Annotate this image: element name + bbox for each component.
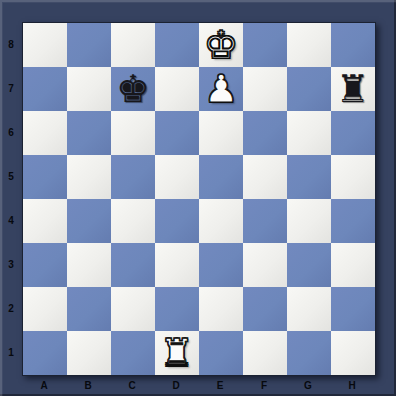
black-rook[interactable]: ♜ (331, 67, 375, 111)
square-h3[interactable] (331, 243, 375, 287)
square-f4[interactable] (243, 199, 287, 243)
square-h8[interactable] (331, 23, 375, 67)
rank-label-4: 4 (0, 198, 22, 242)
square-a3[interactable] (23, 243, 67, 287)
file-label-g: G (286, 374, 330, 396)
square-g3[interactable] (287, 243, 331, 287)
square-e8[interactable]: ♚ (199, 23, 243, 67)
square-c2[interactable] (111, 287, 155, 331)
square-b6[interactable] (67, 111, 111, 155)
square-g2[interactable] (287, 287, 331, 331)
square-f5[interactable] (243, 155, 287, 199)
white-king[interactable]: ♚ (199, 23, 243, 67)
square-f3[interactable] (243, 243, 287, 287)
square-e4[interactable] (199, 199, 243, 243)
file-label-d: D (154, 374, 198, 396)
square-h7[interactable]: ♜ (331, 67, 375, 111)
square-c4[interactable] (111, 199, 155, 243)
square-a1[interactable] (23, 331, 67, 375)
rank-label-6: 6 (0, 110, 22, 154)
square-b5[interactable] (67, 155, 111, 199)
square-d3[interactable] (155, 243, 199, 287)
white-rook[interactable]: ♜ (155, 331, 199, 375)
square-e6[interactable] (199, 111, 243, 155)
square-d6[interactable] (155, 111, 199, 155)
square-f7[interactable] (243, 67, 287, 111)
square-c6[interactable] (111, 111, 155, 155)
square-b1[interactable] (67, 331, 111, 375)
square-c1[interactable] (111, 331, 155, 375)
square-c7[interactable]: ♚ (111, 67, 155, 111)
square-g6[interactable] (287, 111, 331, 155)
square-a6[interactable] (23, 111, 67, 155)
square-e7[interactable]: ♟ (199, 67, 243, 111)
square-a5[interactable] (23, 155, 67, 199)
square-d7[interactable] (155, 67, 199, 111)
square-b7[interactable] (67, 67, 111, 111)
chess-diagram-frame: ♚♚♟♜♜ 87654321 ABCDEFGH (0, 0, 396, 396)
file-label-h: H (330, 374, 374, 396)
rank-label-2: 2 (0, 286, 22, 330)
square-c3[interactable] (111, 243, 155, 287)
square-f2[interactable] (243, 287, 287, 331)
file-label-a: A (22, 374, 66, 396)
square-g7[interactable] (287, 67, 331, 111)
square-f8[interactable] (243, 23, 287, 67)
square-d5[interactable] (155, 155, 199, 199)
square-h6[interactable] (331, 111, 375, 155)
square-d1[interactable]: ♜ (155, 331, 199, 375)
rank-label-8: 8 (0, 22, 22, 66)
file-label-b: B (66, 374, 110, 396)
square-e3[interactable] (199, 243, 243, 287)
square-b3[interactable] (67, 243, 111, 287)
square-a7[interactable] (23, 67, 67, 111)
square-d8[interactable] (155, 23, 199, 67)
chess-board: ♚♚♟♜♜ (22, 22, 376, 376)
rank-label-1: 1 (0, 330, 22, 374)
square-e5[interactable] (199, 155, 243, 199)
square-h1[interactable] (331, 331, 375, 375)
square-g1[interactable] (287, 331, 331, 375)
square-f6[interactable] (243, 111, 287, 155)
square-f1[interactable] (243, 331, 287, 375)
white-pawn[interactable]: ♟ (199, 67, 243, 111)
square-c8[interactable] (111, 23, 155, 67)
square-g4[interactable] (287, 199, 331, 243)
file-label-f: F (242, 374, 286, 396)
black-king[interactable]: ♚ (111, 67, 155, 111)
file-label-c: C (110, 374, 154, 396)
square-h2[interactable] (331, 287, 375, 331)
rank-label-5: 5 (0, 154, 22, 198)
rank-label-3: 3 (0, 242, 22, 286)
square-a2[interactable] (23, 287, 67, 331)
square-g5[interactable] (287, 155, 331, 199)
file-label-e: E (198, 374, 242, 396)
square-h4[interactable] (331, 199, 375, 243)
square-g8[interactable] (287, 23, 331, 67)
square-e1[interactable] (199, 331, 243, 375)
square-b2[interactable] (67, 287, 111, 331)
square-a8[interactable] (23, 23, 67, 67)
square-b8[interactable] (67, 23, 111, 67)
square-b4[interactable] (67, 199, 111, 243)
square-h5[interactable] (331, 155, 375, 199)
square-d4[interactable] (155, 199, 199, 243)
square-a4[interactable] (23, 199, 67, 243)
square-c5[interactable] (111, 155, 155, 199)
square-e2[interactable] (199, 287, 243, 331)
square-d2[interactable] (155, 287, 199, 331)
rank-label-7: 7 (0, 66, 22, 110)
